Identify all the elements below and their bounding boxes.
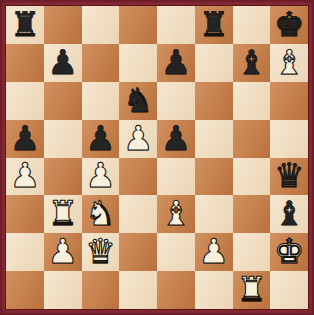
square-e2[interactable] <box>157 233 195 271</box>
square-a4[interactable]: ♟ <box>6 158 44 196</box>
square-b3[interactable]: ♜ <box>44 195 82 233</box>
square-a6[interactable] <box>6 82 44 120</box>
square-h1[interactable] <box>270 271 308 309</box>
square-f8[interactable]: ♜ <box>195 6 233 44</box>
square-h5[interactable] <box>270 120 308 158</box>
piece-black-king[interactable]: ♚ <box>274 7 304 41</box>
piece-white-pawn[interactable]: ♟ <box>10 158 40 192</box>
square-g5[interactable] <box>233 120 271 158</box>
piece-white-rook[interactable]: ♜ <box>236 272 266 306</box>
piece-white-pawn[interactable]: ♟ <box>198 234 228 268</box>
piece-black-rook[interactable]: ♜ <box>10 7 40 41</box>
square-h4[interactable]: ♛ <box>270 158 308 196</box>
square-e3[interactable]: ♝ <box>157 195 195 233</box>
square-b1[interactable] <box>44 271 82 309</box>
square-f6[interactable] <box>195 82 233 120</box>
square-d1[interactable] <box>119 271 157 309</box>
square-a2[interactable] <box>6 233 44 271</box>
piece-white-bishop[interactable]: ♝ <box>161 196 191 230</box>
piece-white-knight[interactable]: ♞ <box>85 196 115 230</box>
square-c4[interactable]: ♟ <box>82 158 120 196</box>
square-g2[interactable] <box>233 233 271 271</box>
piece-black-knight[interactable]: ♞ <box>123 83 153 117</box>
piece-white-king[interactable]: ♚ <box>274 234 304 268</box>
square-c6[interactable] <box>82 82 120 120</box>
square-f5[interactable] <box>195 120 233 158</box>
piece-black-queen[interactable]: ♛ <box>274 158 304 192</box>
piece-white-pawn[interactable]: ♟ <box>47 234 77 268</box>
square-h7[interactable]: ♝ <box>270 44 308 82</box>
square-c3[interactable]: ♞ <box>82 195 120 233</box>
square-h2[interactable]: ♚ <box>270 233 308 271</box>
square-g7[interactable]: ♝ <box>233 44 271 82</box>
piece-black-pawn[interactable]: ♟ <box>85 121 115 155</box>
piece-black-bishop[interactable]: ♝ <box>274 196 304 230</box>
square-a7[interactable] <box>6 44 44 82</box>
square-b6[interactable] <box>44 82 82 120</box>
chess-board: ♜♜♚♟♟♝♝♞♟♟♟♟♟♟♛♜♞♝♝♟♛♟♚♜ <box>6 6 308 309</box>
square-c2[interactable]: ♛ <box>82 233 120 271</box>
piece-black-pawn[interactable]: ♟ <box>10 121 40 155</box>
square-h8[interactable]: ♚ <box>270 6 308 44</box>
square-d7[interactable] <box>119 44 157 82</box>
square-a3[interactable] <box>6 195 44 233</box>
board-frame: ♜♜♚♟♟♝♝♞♟♟♟♟♟♟♛♜♞♝♝♟♛♟♚♜ <box>0 0 314 315</box>
square-f4[interactable] <box>195 158 233 196</box>
square-d6[interactable]: ♞ <box>119 82 157 120</box>
piece-black-rook[interactable]: ♜ <box>198 7 228 41</box>
square-e6[interactable] <box>157 82 195 120</box>
square-b4[interactable] <box>44 158 82 196</box>
piece-black-pawn[interactable]: ♟ <box>161 45 191 79</box>
piece-white-rook[interactable]: ♜ <box>47 196 77 230</box>
square-g3[interactable] <box>233 195 271 233</box>
square-g6[interactable] <box>233 82 271 120</box>
square-c5[interactable]: ♟ <box>82 120 120 158</box>
square-e1[interactable] <box>157 271 195 309</box>
piece-black-pawn[interactable]: ♟ <box>47 45 77 79</box>
square-f2[interactable]: ♟ <box>195 233 233 271</box>
square-f7[interactable] <box>195 44 233 82</box>
piece-black-bishop[interactable]: ♝ <box>236 45 266 79</box>
square-e5[interactable]: ♟ <box>157 120 195 158</box>
square-b2[interactable]: ♟ <box>44 233 82 271</box>
square-b5[interactable] <box>44 120 82 158</box>
piece-white-bishop[interactable]: ♝ <box>274 45 304 79</box>
square-h3[interactable]: ♝ <box>270 195 308 233</box>
piece-white-pawn[interactable]: ♟ <box>85 158 115 192</box>
square-f1[interactable] <box>195 271 233 309</box>
square-g1[interactable]: ♜ <box>233 271 271 309</box>
square-g4[interactable] <box>233 158 271 196</box>
square-c7[interactable] <box>82 44 120 82</box>
piece-white-queen[interactable]: ♛ <box>85 234 115 268</box>
square-c8[interactable] <box>82 6 120 44</box>
square-f3[interactable] <box>195 195 233 233</box>
square-d4[interactable] <box>119 158 157 196</box>
square-h6[interactable] <box>270 82 308 120</box>
square-d3[interactable] <box>119 195 157 233</box>
square-e7[interactable]: ♟ <box>157 44 195 82</box>
square-a8[interactable]: ♜ <box>6 6 44 44</box>
square-e4[interactable] <box>157 158 195 196</box>
square-a1[interactable] <box>6 271 44 309</box>
square-d2[interactable] <box>119 233 157 271</box>
piece-white-pawn[interactable]: ♟ <box>123 121 153 155</box>
square-d8[interactable] <box>119 6 157 44</box>
square-a5[interactable]: ♟ <box>6 120 44 158</box>
square-b8[interactable] <box>44 6 82 44</box>
square-d5[interactable]: ♟ <box>119 120 157 158</box>
square-e8[interactable] <box>157 6 195 44</box>
piece-black-pawn[interactable]: ♟ <box>161 121 191 155</box>
square-b7[interactable]: ♟ <box>44 44 82 82</box>
square-g8[interactable] <box>233 6 271 44</box>
square-c1[interactable] <box>82 271 120 309</box>
